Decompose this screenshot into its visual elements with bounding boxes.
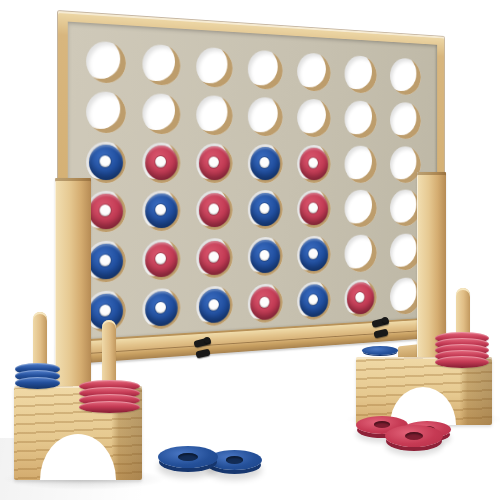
red-disc bbox=[145, 145, 178, 180]
board-hole bbox=[297, 99, 330, 138]
cell-r4-c6 bbox=[338, 186, 384, 231]
loose-blue-disc bbox=[362, 346, 398, 355]
cell-r3-c6 bbox=[338, 141, 384, 186]
cell-r4-c2 bbox=[134, 187, 188, 236]
red-disc bbox=[145, 242, 178, 278]
red-disc bbox=[250, 286, 280, 321]
board-hole bbox=[297, 281, 330, 321]
rail-latch-right bbox=[371, 317, 393, 343]
cell-r1-c7 bbox=[383, 54, 427, 100]
blue-disc bbox=[250, 239, 280, 273]
board-hole bbox=[248, 237, 283, 277]
board-hole bbox=[142, 142, 180, 183]
board-hole bbox=[248, 97, 283, 137]
red-disc bbox=[89, 194, 123, 230]
board-hole bbox=[142, 239, 180, 281]
board-hole bbox=[86, 141, 126, 183]
red-disc-stack-left bbox=[79, 380, 140, 413]
red-disc bbox=[300, 147, 329, 180]
board-grid bbox=[77, 36, 427, 338]
board-hole bbox=[345, 55, 377, 94]
red-disc bbox=[347, 281, 374, 314]
left-support-post bbox=[55, 178, 91, 392]
board-hole bbox=[196, 143, 232, 183]
board-hole bbox=[142, 93, 180, 134]
red-disc bbox=[199, 241, 230, 276]
cell-r1-c4 bbox=[240, 45, 290, 94]
red-disc bbox=[199, 146, 230, 180]
red-disc bbox=[199, 193, 230, 227]
red-stacked-disc bbox=[435, 356, 489, 368]
cell-r3-c5 bbox=[290, 140, 338, 186]
peg-right-red-stack bbox=[456, 288, 470, 338]
board-hole bbox=[86, 91, 126, 133]
cell-r5-c3 bbox=[188, 234, 240, 283]
cell-r1-c5 bbox=[290, 48, 338, 96]
board-hole bbox=[297, 144, 330, 182]
cell-r3-c3 bbox=[188, 139, 240, 187]
cell-r2-c7 bbox=[383, 98, 427, 143]
board-hole bbox=[345, 234, 377, 272]
board-hole bbox=[297, 190, 330, 228]
cell-r4-c4 bbox=[240, 186, 290, 233]
board-hole bbox=[345, 100, 377, 138]
board-hole bbox=[142, 44, 180, 86]
board-hole bbox=[196, 191, 232, 231]
cell-r2-c4 bbox=[240, 92, 290, 140]
cell-r6-c3 bbox=[188, 281, 240, 331]
board-hole bbox=[196, 47, 232, 88]
board-hole bbox=[297, 53, 330, 92]
board-hole bbox=[248, 283, 283, 323]
cell-r1-c3 bbox=[188, 42, 240, 92]
cell-r5-c6 bbox=[338, 230, 384, 276]
board-hole bbox=[196, 95, 232, 135]
blue-disc bbox=[250, 146, 280, 179]
cell-r6-c2 bbox=[134, 283, 188, 334]
rail-latch-left bbox=[193, 337, 215, 363]
cell-r6-c5 bbox=[290, 277, 338, 325]
blue-disc bbox=[145, 194, 178, 229]
board-hole bbox=[248, 144, 283, 183]
board-hole bbox=[248, 50, 283, 90]
red-disc-stack-right bbox=[435, 332, 489, 368]
blue-stacked-disc bbox=[15, 377, 60, 389]
blue-disc bbox=[250, 193, 280, 226]
board-hole bbox=[248, 190, 283, 229]
board-hole bbox=[390, 102, 421, 139]
cell-r5-c5 bbox=[290, 231, 338, 278]
board-hole bbox=[345, 190, 377, 227]
cell-r2-c2 bbox=[134, 89, 188, 139]
game-board bbox=[58, 11, 444, 351]
board-hole bbox=[86, 41, 126, 84]
cell-r6-c6 bbox=[338, 275, 384, 322]
board-hole bbox=[196, 285, 232, 326]
peg-left-red-stack bbox=[102, 320, 116, 386]
connect-four-product-photo bbox=[0, 0, 500, 500]
blue-disc bbox=[145, 290, 178, 326]
board-hole bbox=[86, 240, 126, 282]
peg-left-blue-stack bbox=[33, 312, 47, 370]
blue-disc bbox=[300, 284, 329, 318]
cell-r1-c1 bbox=[77, 36, 134, 88]
board-hole bbox=[297, 235, 330, 274]
blue-disc bbox=[89, 144, 123, 180]
cell-r1-c2 bbox=[134, 39, 188, 90]
cell-r2-c3 bbox=[188, 91, 240, 140]
right-foot-arch bbox=[390, 387, 456, 425]
board-hole bbox=[345, 279, 377, 318]
red-stacked-disc bbox=[79, 401, 140, 413]
board-hole bbox=[345, 145, 377, 182]
cell-r2-c1 bbox=[77, 86, 134, 137]
cell-r1-c6 bbox=[338, 51, 384, 98]
red-disc bbox=[300, 193, 329, 226]
loose-red-disc bbox=[385, 425, 443, 447]
cell-r5-c4 bbox=[240, 233, 290, 281]
cell-r2-c5 bbox=[290, 94, 338, 141]
cell-r4-c3 bbox=[188, 187, 240, 235]
board-hole bbox=[390, 58, 421, 96]
blue-disc bbox=[89, 243, 123, 279]
blue-disc bbox=[199, 288, 230, 323]
cell-r3-c2 bbox=[134, 138, 188, 187]
blue-disc bbox=[300, 238, 329, 271]
board-hole bbox=[142, 191, 180, 232]
cell-r3-c4 bbox=[240, 140, 290, 187]
board-hole bbox=[142, 287, 180, 329]
cell-r2-c6 bbox=[338, 96, 384, 142]
board-hole bbox=[196, 238, 232, 279]
cell-r6-c4 bbox=[240, 279, 290, 328]
cell-r5-c2 bbox=[134, 235, 188, 285]
board-hole bbox=[86, 191, 126, 233]
blue-disc-stack bbox=[15, 363, 60, 389]
cell-r4-c5 bbox=[290, 186, 338, 232]
left-foot-arch bbox=[40, 434, 116, 480]
